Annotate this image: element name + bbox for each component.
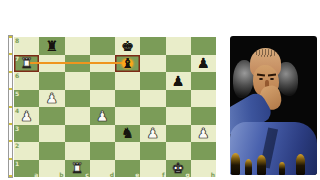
- photo-hair-strands: [254, 49, 278, 57]
- file-label: c: [85, 171, 89, 178]
- file-label: g: [185, 171, 189, 178]
- square-a3[interactable]: 3: [14, 125, 39, 143]
- white-pawn-f3[interactable]: ♟: [140, 125, 165, 143]
- square-h1[interactable]: h: [191, 160, 216, 178]
- square-h2[interactable]: [191, 142, 216, 160]
- square-f2[interactable]: [140, 142, 165, 160]
- square-g3[interactable]: [166, 125, 191, 143]
- ruler-tick: [9, 158, 12, 160]
- square-e8[interactable]: ♚: [115, 37, 140, 55]
- square-e1[interactable]: e: [115, 160, 140, 178]
- square-a7[interactable]: 7♜: [14, 55, 39, 73]
- ruler-tick: [9, 36, 12, 38]
- app-window: 8♜♚7♜♝♟6♟5♟4♟♟3♞♟♟21abc♜defg♚h: [0, 0, 320, 180]
- square-h3[interactable]: ♟: [191, 125, 216, 143]
- white-pawn-h3[interactable]: ♟: [191, 125, 216, 143]
- square-c2[interactable]: [65, 142, 90, 160]
- ruler-tick: [9, 88, 12, 90]
- photo-chess-piece-silhouette: [231, 153, 240, 175]
- square-b1[interactable]: b: [39, 160, 64, 178]
- square-d5[interactable]: [90, 90, 115, 108]
- square-e3[interactable]: ♞: [115, 125, 140, 143]
- square-h6[interactable]: [191, 72, 216, 90]
- square-f4[interactable]: [140, 107, 165, 125]
- square-e7[interactable]: ♝: [115, 55, 140, 73]
- square-a8[interactable]: 8: [14, 37, 39, 55]
- square-h5[interactable]: [191, 90, 216, 108]
- square-g6[interactable]: ♟: [166, 72, 191, 90]
- square-c6[interactable]: [65, 72, 90, 90]
- ruler-tick: [9, 53, 12, 55]
- photo-chess-piece-silhouette: [279, 162, 285, 175]
- ruler-tick: [9, 123, 12, 125]
- rank-label: 3: [15, 125, 19, 132]
- black-bishop-e7[interactable]: ♝: [115, 55, 140, 73]
- square-f8[interactable]: [140, 37, 165, 55]
- square-g7[interactable]: [166, 55, 191, 73]
- file-label: d: [110, 171, 114, 178]
- square-a5[interactable]: 5: [14, 90, 39, 108]
- square-b5[interactable]: ♟: [39, 90, 64, 108]
- square-d8[interactable]: [90, 37, 115, 55]
- square-b6[interactable]: [39, 72, 64, 90]
- square-a6[interactable]: 6: [14, 72, 39, 90]
- rank-label: 1: [15, 160, 19, 167]
- ruler-tick: [9, 175, 12, 177]
- black-rook-b8[interactable]: ♜: [39, 37, 64, 55]
- file-label: b: [59, 171, 63, 178]
- square-f3[interactable]: ♟: [140, 125, 165, 143]
- rank-label: 7: [15, 55, 19, 62]
- square-d4[interactable]: ♟: [90, 107, 115, 125]
- ruler-tick: [9, 106, 12, 108]
- square-h8[interactable]: [191, 37, 216, 55]
- square-f1[interactable]: f: [140, 160, 165, 178]
- square-e5[interactable]: [115, 90, 140, 108]
- photo-chess-piece-silhouette: [257, 155, 266, 175]
- square-d6[interactable]: [90, 72, 115, 90]
- ruler-tick: [9, 71, 12, 73]
- ruler-tick: [9, 140, 12, 142]
- chess-board[interactable]: 8♜♚7♜♝♟6♟5♟4♟♟3♞♟♟21abc♜defg♚h: [14, 37, 216, 177]
- square-g8[interactable]: [166, 37, 191, 55]
- square-e6[interactable]: [115, 72, 140, 90]
- square-a4[interactable]: 4♟: [14, 107, 39, 125]
- photo-eye-left: [259, 78, 263, 80]
- black-knight-e3[interactable]: ♞: [115, 125, 140, 143]
- photo-chess-piece-silhouette: [296, 154, 305, 175]
- square-g4[interactable]: [166, 107, 191, 125]
- rank-label: 4: [15, 107, 19, 114]
- square-f6[interactable]: [140, 72, 165, 90]
- square-c1[interactable]: c♜: [65, 160, 90, 178]
- square-e4[interactable]: [115, 107, 140, 125]
- photo-eye-right: [270, 78, 274, 80]
- threat-line: [27, 62, 128, 64]
- square-g2[interactable]: [166, 142, 191, 160]
- black-pawn-g6[interactable]: ♟: [166, 72, 191, 90]
- square-g5[interactable]: [166, 90, 191, 108]
- square-h4[interactable]: [191, 107, 216, 125]
- square-d3[interactable]: [90, 125, 115, 143]
- file-label: e: [135, 171, 139, 178]
- square-a1[interactable]: 1a: [14, 160, 39, 178]
- square-b8[interactable]: ♜: [39, 37, 64, 55]
- square-f5[interactable]: [140, 90, 165, 108]
- black-pawn-h7[interactable]: ♟: [191, 55, 216, 73]
- square-b3[interactable]: [39, 125, 64, 143]
- file-label: a: [34, 171, 38, 178]
- square-d2[interactable]: [90, 142, 115, 160]
- square-e2[interactable]: [115, 142, 140, 160]
- rank-label: 6: [15, 72, 19, 79]
- file-label: h: [211, 171, 215, 178]
- white-pawn-b5[interactable]: ♟: [39, 90, 64, 108]
- square-f7[interactable]: [140, 55, 165, 73]
- square-h7[interactable]: ♟: [191, 55, 216, 73]
- photo-chess-piece-silhouette: [245, 159, 252, 175]
- file-label: f: [162, 171, 165, 178]
- rank-label: 2: [15, 142, 19, 149]
- rank-label: 5: [15, 90, 19, 97]
- square-d1[interactable]: d: [90, 160, 115, 178]
- board-ruler: [8, 35, 13, 178]
- player-photo: [230, 36, 317, 175]
- square-c4[interactable]: [65, 107, 90, 125]
- square-c5[interactable]: [65, 90, 90, 108]
- square-c8[interactable]: [65, 37, 90, 55]
- rank-label: 8: [15, 37, 19, 44]
- black-king-e8[interactable]: ♚: [115, 37, 140, 55]
- square-a2[interactable]: 2: [14, 142, 39, 160]
- white-pawn-d4[interactable]: ♟: [90, 107, 115, 125]
- square-b4[interactable]: [39, 107, 64, 125]
- square-g1[interactable]: g♚: [166, 160, 191, 178]
- square-b2[interactable]: [39, 142, 64, 160]
- square-c3[interactable]: [65, 125, 90, 143]
